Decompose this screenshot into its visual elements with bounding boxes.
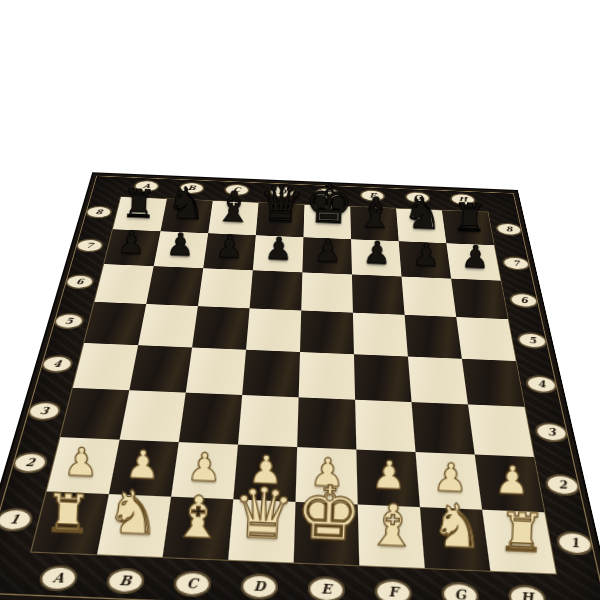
square-a3[interactable] [60, 388, 129, 440]
square-d6[interactable] [250, 270, 303, 310]
square-c7[interactable] [203, 233, 256, 270]
square-b5[interactable] [138, 304, 198, 347]
square-c3[interactable] [179, 393, 242, 445]
square-a6[interactable] [95, 264, 154, 304]
square-g6[interactable] [402, 277, 457, 317]
square-a8[interactable] [113, 197, 167, 231]
square-f8[interactable] [350, 207, 398, 242]
square-e7[interactable] [302, 237, 352, 274]
piece-white-pawn-h2[interactable]: ♟ [481, 459, 544, 500]
square-c8[interactable] [208, 201, 258, 235]
square-e5[interactable] [300, 311, 354, 355]
square-c5[interactable] [192, 306, 249, 350]
square-a5[interactable] [84, 302, 146, 345]
square-f3[interactable] [355, 400, 415, 452]
square-c6[interactable] [198, 268, 253, 308]
square-f6[interactable] [352, 274, 405, 314]
square-d5[interactable] [246, 308, 301, 352]
piece-white-knight-b1[interactable]: ♞ [100, 482, 167, 545]
piece-white-rook-h1[interactable]: ♜ [489, 505, 556, 561]
piece-white-rook-a1[interactable]: ♜ [35, 486, 102, 542]
square-d7[interactable] [253, 235, 304, 272]
square-c4[interactable] [186, 347, 246, 394]
piece-white-knight-g1[interactable]: ♞ [424, 495, 491, 558]
square-d3[interactable] [238, 395, 299, 447]
square-g8[interactable] [396, 209, 446, 244]
square-a7[interactable] [104, 229, 160, 266]
piece-white-king-e1[interactable]: ♚ [294, 475, 362, 552]
square-b7[interactable] [154, 231, 208, 268]
piece-white-bishop-c1[interactable]: ♝ [164, 487, 231, 547]
square-h7[interactable] [446, 243, 500, 280]
piece-white-pawn-f2[interactable]: ♟ [357, 454, 420, 495]
square-g7[interactable] [399, 241, 451, 278]
square-e8[interactable] [303, 205, 351, 240]
square-e6[interactable] [301, 272, 353, 312]
square-b8[interactable] [161, 199, 213, 233]
square-b6[interactable] [146, 266, 203, 306]
piece-white-queen-d1[interactable]: ♛ [229, 477, 297, 549]
square-f5[interactable] [353, 313, 408, 357]
square-b3[interactable] [120, 390, 186, 442]
square-h6[interactable] [451, 279, 508, 320]
square-f7[interactable] [351, 239, 401, 276]
piece-white-bishop-f1[interactable]: ♝ [359, 495, 426, 555]
piece-white-pawn-a2[interactable]: ♟ [50, 441, 113, 482]
square-g5[interactable] [405, 315, 462, 359]
square-h8[interactable] [442, 210, 494, 245]
square-g3[interactable] [412, 402, 475, 454]
square-e3[interactable] [297, 397, 356, 449]
product-photo-scene: AABBCCDDEEFFGGHH8877665544332211♜♞♝♛♚♝♞♜… [0, 0, 600, 600]
square-h3[interactable] [468, 404, 534, 457]
square-a4[interactable] [73, 343, 138, 390]
square-h5[interactable] [456, 317, 516, 361]
chess-board-assembly: AABBCCDDEEFFGGHH8877665544332211♜♞♝♛♚♝♞♜… [0, 172, 600, 600]
square-d8[interactable] [256, 203, 305, 237]
